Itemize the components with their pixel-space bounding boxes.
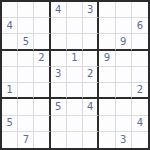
given-digit: 9 [104,53,110,63]
cell-r2c7[interactable] [99,18,115,34]
cell-r3c4[interactable] [51,34,67,50]
cell-r9c1[interactable] [2,132,18,148]
given-digit: 1 [6,85,12,95]
cell-r3c8[interactable]: 9 [116,34,132,50]
cell-r5c7[interactable] [99,67,115,83]
cell-r2c2[interactable] [18,18,34,34]
cell-r8c3[interactable] [34,116,50,132]
cell-r3c2[interactable]: 5 [18,34,34,50]
given-digit: 3 [120,135,126,145]
cell-r7c3[interactable] [34,99,50,115]
sudoku-board: 4346592193212545473 [0,0,150,150]
cell-r3c9[interactable] [132,34,148,50]
cell-r6c1[interactable]: 1 [2,83,18,99]
cell-r6c4[interactable] [51,83,67,99]
given-digit: 5 [6,118,12,128]
cell-r7c5[interactable] [67,99,83,115]
cell-r3c3[interactable] [34,34,50,50]
cell-r7c2[interactable] [18,99,34,115]
cell-r5c4[interactable]: 3 [51,67,67,83]
cell-r3c1[interactable] [2,34,18,50]
cell-r4c2[interactable] [18,51,34,67]
cell-r2c3[interactable] [34,18,50,34]
cell-r6c2[interactable] [18,83,34,99]
cell-r4c3[interactable]: 2 [34,51,50,67]
cell-r4c8[interactable] [116,51,132,67]
given-digit: 5 [23,37,29,47]
cell-r3c5[interactable] [67,34,83,50]
cell-r9c7[interactable] [99,132,115,148]
cell-r5c1[interactable] [2,67,18,83]
cell-r1c5[interactable] [67,2,83,18]
given-digit: 7 [23,135,29,145]
cell-r8c1[interactable]: 5 [2,116,18,132]
cell-r8c4[interactable] [51,116,67,132]
cell-r1c6[interactable]: 3 [83,2,99,18]
given-digit: 2 [87,69,93,79]
cell-r1c2[interactable] [18,2,34,18]
given-digit: 6 [137,21,143,31]
cell-r6c8[interactable] [116,83,132,99]
given-digit: 4 [87,102,93,112]
cell-r9c2[interactable]: 7 [18,132,34,148]
cell-r6c9[interactable]: 2 [132,83,148,99]
cell-r4c1[interactable] [2,51,18,67]
cell-r8c7[interactable] [99,116,115,132]
cell-r5c6[interactable]: 2 [83,67,99,83]
cell-r5c2[interactable] [18,67,34,83]
cell-r1c8[interactable] [116,2,132,18]
cell-r5c8[interactable] [116,67,132,83]
cell-r5c3[interactable] [34,67,50,83]
given-digit: 1 [71,53,77,63]
cell-r9c9[interactable] [132,132,148,148]
given-digit: 2 [38,53,44,63]
cell-r1c3[interactable] [34,2,50,18]
cell-r2c5[interactable] [67,18,83,34]
cell-r5c9[interactable] [132,67,148,83]
cell-r1c4[interactable]: 4 [51,2,67,18]
given-digit: 4 [55,5,61,15]
cell-r3c6[interactable] [83,34,99,50]
given-digit: 4 [6,21,12,31]
given-digit: 3 [87,5,93,15]
cell-r8c6[interactable] [83,116,99,132]
given-digit: 5 [55,102,61,112]
cell-r6c7[interactable] [99,83,115,99]
cell-r5c5[interactable] [67,67,83,83]
cell-r7c8[interactable] [116,99,132,115]
cell-r9c8[interactable]: 3 [116,132,132,148]
cell-r1c1[interactable] [2,2,18,18]
cell-r3c7[interactable] [99,34,115,50]
cell-r2c4[interactable] [51,18,67,34]
cell-r1c7[interactable] [99,2,115,18]
given-digit: 2 [137,85,143,95]
cell-r9c5[interactable] [67,132,83,148]
cell-r7c9[interactable] [132,99,148,115]
cell-r9c4[interactable] [51,132,67,148]
given-digit: 3 [55,69,61,79]
cell-r9c6[interactable] [83,132,99,148]
cell-r4c7[interactable]: 9 [99,51,115,67]
cell-r4c4[interactable] [51,51,67,67]
cell-r4c9[interactable] [132,51,148,67]
cell-r2c6[interactable] [83,18,99,34]
cell-r7c7[interactable] [99,99,115,115]
cell-r6c5[interactable] [67,83,83,99]
cell-r4c5[interactable]: 1 [67,51,83,67]
cell-r8c5[interactable] [67,116,83,132]
cell-r2c9[interactable]: 6 [132,18,148,34]
cell-r8c8[interactable] [116,116,132,132]
cell-r7c6[interactable]: 4 [83,99,99,115]
cell-r1c9[interactable] [132,2,148,18]
cell-r8c2[interactable] [18,116,34,132]
given-digit: 9 [120,37,126,47]
cell-r9c3[interactable] [34,132,50,148]
cell-r7c4[interactable]: 5 [51,99,67,115]
cell-r2c8[interactable] [116,18,132,34]
cell-r4c6[interactable] [83,51,99,67]
cell-r2c1[interactable]: 4 [2,18,18,34]
cell-r6c3[interactable] [34,83,50,99]
cell-r6c6[interactable] [83,83,99,99]
given-digit: 4 [137,118,143,128]
cell-r8c9[interactable]: 4 [132,116,148,132]
cell-r7c1[interactable] [2,99,18,115]
